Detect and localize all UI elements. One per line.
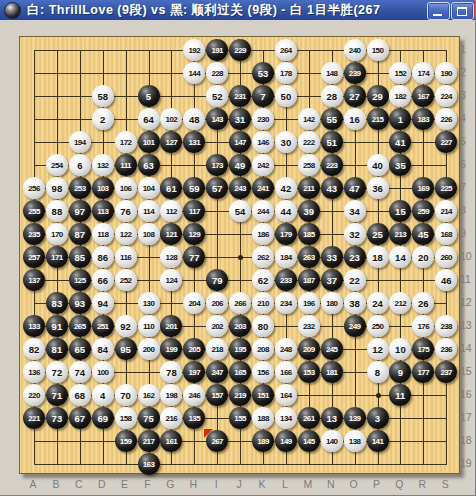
row-label-13: 13 — [460, 319, 476, 331]
stone-white-132: 132 — [92, 154, 114, 176]
stone-black-5: 5 — [138, 85, 160, 107]
stone-black-229: 229 — [229, 39, 251, 61]
stone-black-251: 251 — [92, 315, 114, 337]
stone-black-169: 169 — [412, 177, 434, 199]
stone-white-130: 130 — [138, 292, 160, 314]
stone-move-number: 173 — [211, 161, 223, 170]
column-label-S: S — [438, 478, 452, 490]
stone-white-202: 202 — [206, 315, 228, 337]
stone-white-208: 208 — [252, 338, 274, 360]
stone-white-196: 196 — [298, 292, 320, 314]
stone-white-36: 36 — [367, 177, 389, 199]
stone-black-249: 249 — [344, 315, 366, 337]
stone-move-number: 54 — [235, 206, 246, 217]
stone-move-number: 63 — [143, 160, 154, 171]
stone-move-number: 78 — [166, 367, 177, 378]
stone-move-number: 16 — [349, 114, 360, 125]
stone-black-65: 65 — [69, 338, 91, 360]
stone-move-number: 172 — [120, 138, 132, 147]
column-label-N: N — [324, 478, 338, 490]
stone-move-number: 71 — [52, 390, 63, 401]
stone-move-number: 22 — [349, 275, 360, 286]
stone-move-number: 138 — [349, 437, 361, 446]
stone-move-number: 125 — [74, 276, 86, 285]
stone-black-225: 225 — [435, 177, 457, 199]
stone-white-182: 182 — [389, 85, 411, 107]
stone-move-number: 236 — [440, 345, 452, 354]
stone-move-number: 161 — [166, 437, 178, 446]
stone-move-number: 136 — [28, 368, 40, 377]
stone-move-number: 185 — [303, 230, 315, 239]
stone-black-11: 11 — [389, 384, 411, 406]
stone-move-number: 37 — [326, 275, 337, 286]
stone-black-125: 125 — [69, 269, 91, 291]
stone-black-237: 237 — [435, 361, 457, 383]
stone-move-number: 79 — [212, 275, 223, 286]
row-label-2: 2 — [460, 66, 476, 78]
stone-white-32: 32 — [344, 223, 366, 245]
stone-move-number: 184 — [280, 253, 292, 262]
column-label-R: R — [415, 478, 429, 490]
stone-black-253: 253 — [69, 177, 91, 199]
stone-move-number: 198 — [166, 391, 178, 400]
stone-move-number: 28 — [326, 91, 337, 102]
stone-white-16: 16 — [344, 108, 366, 130]
stone-white-140: 140 — [321, 430, 343, 452]
stone-move-number: 266 — [234, 299, 246, 308]
stone-black-97: 97 — [69, 200, 91, 222]
stone-white-100: 100 — [92, 361, 114, 383]
row-label-6: 6 — [460, 158, 476, 170]
stone-move-number: 158 — [120, 414, 132, 423]
stone-move-number: 48 — [189, 114, 200, 125]
stone-white-172: 172 — [115, 131, 137, 153]
stone-black-227: 227 — [435, 131, 457, 153]
stone-white-264: 264 — [275, 39, 297, 61]
stone-move-number: 139 — [349, 414, 361, 423]
stone-black-47: 47 — [344, 177, 366, 199]
stone-move-number: 195 — [234, 345, 246, 354]
stone-move-number: 246 — [189, 391, 201, 400]
stone-move-number: 170 — [51, 230, 63, 239]
stone-move-number: 186 — [257, 230, 269, 239]
stone-move-number: 41 — [395, 137, 406, 148]
stone-white-112: 112 — [160, 200, 182, 222]
stone-black-241: 241 — [252, 177, 274, 199]
stone-move-number: 244 — [257, 207, 269, 216]
last-move-marker — [204, 429, 213, 438]
stone-black-143: 143 — [206, 108, 228, 130]
stone-black-267: 267 — [206, 430, 228, 452]
row-label-19: 19 — [460, 457, 476, 469]
stone-move-number: 166 — [280, 368, 292, 377]
stone-move-number: 187 — [303, 276, 315, 285]
stone-move-number: 259 — [418, 207, 430, 216]
stone-white-174: 174 — [412, 62, 434, 84]
stone-white-262: 262 — [252, 246, 274, 268]
stone-move-number: 151 — [257, 391, 269, 400]
stone-black-67: 67 — [69, 407, 91, 429]
stone-move-number: 201 — [166, 322, 178, 331]
stone-move-number: 118 — [97, 230, 108, 239]
stone-white-66: 66 — [92, 269, 114, 291]
stone-move-number: 179 — [280, 230, 292, 239]
stone-white-138: 138 — [344, 430, 366, 452]
stone-move-number: 264 — [280, 46, 292, 55]
stone-black-233: 233 — [275, 269, 297, 291]
stone-white-136: 136 — [23, 361, 45, 383]
stone-move-number: 93 — [75, 298, 86, 309]
stone-move-number: 159 — [120, 437, 132, 446]
stone-move-number: 76 — [120, 206, 131, 217]
stone-black-243: 243 — [229, 177, 251, 199]
stone-move-number: 49 — [235, 160, 246, 171]
stone-white-164: 164 — [275, 384, 297, 406]
stone-move-number: 194 — [74, 138, 86, 147]
go-game-window: { "window": { "title": "白: ThrillLove (9… — [0, 0, 476, 496]
stone-move-number: 252 — [120, 276, 132, 285]
stone-move-number: 190 — [440, 69, 452, 78]
stone-move-number: 70 — [120, 390, 131, 401]
stone-black-83: 83 — [46, 292, 68, 314]
stone-move-number: 153 — [303, 368, 315, 377]
stone-black-79: 79 — [206, 269, 228, 291]
stone-move-number: 214 — [440, 207, 452, 216]
column-label-J: J — [232, 478, 246, 490]
stone-black-91: 91 — [46, 315, 68, 337]
stone-black-39: 39 — [298, 200, 320, 222]
row-label-10: 10 — [460, 250, 476, 262]
stone-black-7: 7 — [252, 85, 274, 107]
stone-black-15: 15 — [389, 200, 411, 222]
stone-move-number: 129 — [189, 230, 201, 239]
stone-move-number: 210 — [257, 299, 269, 308]
stone-move-number: 3 — [375, 413, 380, 424]
stone-black-165: 165 — [229, 361, 251, 383]
stone-move-number: 1 — [398, 114, 403, 125]
stone-move-number: 176 — [418, 322, 430, 331]
stone-white-48: 48 — [183, 108, 205, 130]
stone-white-42: 42 — [275, 177, 297, 199]
stone-black-49: 49 — [229, 154, 251, 176]
stone-move-number: 103 — [97, 184, 109, 193]
stone-move-number: 47 — [349, 183, 360, 194]
stone-move-number: 143 — [211, 115, 223, 124]
stone-move-number: 168 — [440, 230, 452, 239]
stone-white-242: 242 — [252, 154, 274, 176]
stone-black-61: 61 — [160, 177, 182, 199]
stone-black-1: 1 — [389, 108, 411, 130]
stone-black-29: 29 — [367, 85, 389, 107]
stone-move-number: 149 — [280, 437, 292, 446]
stone-move-number: 31 — [235, 114, 246, 125]
stone-white-170: 170 — [46, 223, 68, 245]
stone-black-133: 133 — [23, 315, 45, 337]
row-label-5: 5 — [460, 135, 476, 147]
stone-move-number: 263 — [303, 253, 315, 262]
stone-move-number: 196 — [303, 299, 315, 308]
stone-move-number: 83 — [52, 298, 63, 309]
stone-move-number: 66 — [97, 275, 108, 286]
stone-move-number: 67 — [75, 413, 86, 424]
stone-white-58: 58 — [92, 85, 114, 107]
stone-move-number: 59 — [189, 183, 200, 194]
stone-move-number: 101 — [143, 138, 155, 147]
stone-move-number: 221 — [28, 414, 40, 423]
stone-move-number: 229 — [234, 46, 246, 55]
stone-white-38: 38 — [344, 292, 366, 314]
stone-black-201: 201 — [160, 315, 182, 337]
stone-move-number: 134 — [280, 414, 292, 423]
stone-move-number: 108 — [143, 230, 155, 239]
stone-black-33: 33 — [321, 246, 343, 268]
stone-move-number: 225 — [440, 184, 452, 193]
stone-white-142: 142 — [298, 108, 320, 130]
stone-white-72: 72 — [46, 361, 68, 383]
stone-move-number: 44 — [281, 206, 292, 217]
column-label-F: F — [141, 478, 155, 490]
stone-black-187: 187 — [298, 269, 320, 291]
stone-black-263: 263 — [298, 246, 320, 268]
stone-white-184: 184 — [275, 246, 297, 268]
maximize-button[interactable] — [451, 2, 474, 20]
stone-move-number: 10 — [395, 344, 406, 355]
stone-white-240: 240 — [344, 39, 366, 61]
stone-black-95: 95 — [115, 338, 137, 360]
title-bar[interactable]: 白: ThrillLove (9段) vs 黑: 顺利过关 (9段) - 白 1… — [0, 0, 476, 20]
stone-white-6: 6 — [69, 154, 91, 176]
stone-move-number: 110 — [143, 322, 154, 331]
stone-white-124: 124 — [160, 269, 182, 291]
stone-move-number: 157 — [211, 391, 223, 400]
stone-white-104: 104 — [138, 177, 160, 199]
stone-move-number: 182 — [395, 92, 407, 101]
stone-move-number: 97 — [75, 206, 86, 217]
stone-move-number: 137 — [28, 276, 40, 285]
stone-black-75: 75 — [138, 407, 160, 429]
stone-white-216: 216 — [160, 407, 182, 429]
stone-white-118: 118 — [92, 223, 114, 245]
stone-move-number: 27 — [349, 91, 360, 102]
stone-move-number: 50 — [281, 91, 292, 102]
stone-move-number: 248 — [280, 345, 292, 354]
stone-move-number: 11 — [395, 390, 405, 401]
stone-move-number: 253 — [74, 184, 86, 193]
stone-black-153: 153 — [298, 361, 320, 383]
stone-black-113: 113 — [92, 200, 114, 222]
stone-black-51: 51 — [321, 131, 343, 153]
stone-black-121: 121 — [160, 223, 182, 245]
stone-move-number: 233 — [280, 276, 292, 285]
stone-move-number: 249 — [349, 322, 361, 331]
stone-black-211: 211 — [298, 177, 320, 199]
stone-move-number: 203 — [234, 322, 246, 331]
stone-move-number: 162 — [143, 391, 155, 400]
stone-move-number: 121 — [166, 230, 178, 239]
stone-move-number: 53 — [258, 68, 269, 79]
row-label-15: 15 — [460, 365, 476, 377]
stone-move-number: 178 — [280, 69, 292, 78]
stone-white-206: 206 — [206, 292, 228, 314]
row-label-4: 4 — [460, 112, 476, 124]
stone-black-43: 43 — [321, 177, 343, 199]
stone-white-134: 134 — [275, 407, 297, 429]
stone-white-204: 204 — [183, 292, 205, 314]
column-label-B: B — [49, 478, 63, 490]
stone-white-180: 180 — [321, 292, 343, 314]
column-label-D: D — [95, 478, 109, 490]
stone-white-244: 244 — [252, 200, 274, 222]
stone-black-3: 3 — [367, 407, 389, 429]
stone-move-number: 256 — [28, 184, 40, 193]
stone-move-number: 82 — [29, 344, 40, 355]
row-label-14: 14 — [460, 342, 476, 354]
stone-white-102: 102 — [160, 108, 182, 130]
stone-move-number: 215 — [372, 115, 384, 124]
stone-white-168: 168 — [435, 223, 457, 245]
stone-black-217: 217 — [138, 430, 160, 452]
stone-move-number: 51 — [326, 137, 337, 148]
stone-move-number: 258 — [303, 161, 315, 170]
stone-move-number: 34 — [349, 206, 360, 217]
stone-move-number: 238 — [440, 322, 452, 331]
stone-move-number: 39 — [304, 206, 315, 217]
stone-white-192: 192 — [183, 39, 205, 61]
stone-white-80: 80 — [252, 315, 274, 337]
stone-black-159: 159 — [115, 430, 137, 452]
stone-black-73: 73 — [46, 407, 68, 429]
row-label-17: 17 — [460, 411, 476, 423]
stone-move-number: 232 — [303, 322, 315, 331]
stone-white-92: 92 — [115, 315, 137, 337]
stone-move-number: 57 — [212, 183, 223, 194]
stone-move-number: 25 — [372, 229, 383, 240]
stone-black-41: 41 — [389, 131, 411, 153]
stone-move-number: 23 — [349, 252, 360, 263]
stone-white-250: 250 — [367, 315, 389, 337]
stone-black-135: 135 — [183, 407, 205, 429]
stone-move-number: 77 — [189, 252, 200, 263]
column-label-P: P — [370, 478, 384, 490]
stone-black-223: 223 — [321, 154, 343, 176]
stone-black-213: 213 — [389, 223, 411, 245]
stone-move-number: 228 — [211, 69, 223, 78]
stone-move-number: 211 — [303, 184, 314, 193]
stone-move-number: 86 — [97, 252, 108, 263]
stone-white-106: 106 — [115, 177, 137, 199]
stone-black-209: 209 — [298, 338, 320, 360]
stone-black-181: 181 — [321, 361, 343, 383]
column-label-G: G — [163, 478, 177, 490]
stone-black-177: 177 — [412, 361, 434, 383]
stone-move-number: 4 — [100, 390, 105, 401]
stone-black-157: 157 — [206, 384, 228, 406]
stone-move-number: 209 — [303, 345, 315, 354]
stone-move-number: 2 — [100, 114, 105, 125]
stone-black-31: 31 — [229, 108, 251, 130]
stone-move-number: 140 — [326, 437, 338, 446]
stone-black-13: 13 — [321, 407, 343, 429]
stone-black-221: 221 — [23, 407, 45, 429]
column-label-E: E — [118, 478, 132, 490]
stone-black-199: 199 — [160, 338, 182, 360]
stone-black-103: 103 — [92, 177, 114, 199]
stone-move-number: 102 — [166, 115, 178, 124]
stone-move-number: 133 — [28, 322, 40, 331]
stone-move-number: 147 — [234, 138, 246, 147]
stone-move-number: 222 — [303, 138, 315, 147]
stone-move-number: 33 — [326, 252, 337, 263]
stone-white-14: 14 — [389, 246, 411, 268]
stone-move-number: 81 — [52, 344, 63, 355]
stone-move-number: 152 — [395, 69, 407, 78]
column-label-O: O — [347, 478, 361, 490]
stone-white-44: 44 — [275, 200, 297, 222]
stone-black-35: 35 — [389, 154, 411, 176]
stone-black-195: 195 — [229, 338, 251, 360]
stone-white-210: 210 — [252, 292, 274, 314]
stone-move-number: 213 — [395, 230, 407, 239]
stone-move-number: 254 — [51, 161, 63, 170]
stone-move-number: 174 — [418, 69, 430, 78]
stone-move-number: 80 — [258, 321, 269, 332]
stone-move-number: 75 — [143, 413, 154, 424]
stone-white-254: 254 — [46, 154, 68, 176]
stone-move-number: 14 — [395, 252, 406, 263]
stone-white-224: 224 — [435, 85, 457, 107]
stone-white-88: 88 — [46, 200, 68, 222]
stone-move-number: 250 — [372, 322, 384, 331]
stone-move-number: 218 — [211, 345, 223, 354]
stone-move-number: 247 — [211, 368, 223, 377]
stone-white-232: 232 — [298, 315, 320, 337]
stone-move-number: 230 — [257, 115, 269, 124]
stone-move-number: 223 — [326, 161, 338, 170]
stone-move-number: 35 — [395, 160, 406, 171]
stone-move-number: 205 — [189, 345, 201, 354]
stone-move-number: 124 — [166, 276, 178, 285]
stone-move-number: 40 — [372, 160, 383, 171]
minimize-button[interactable] — [427, 2, 450, 20]
stone-black-101: 101 — [138, 131, 160, 153]
star-point — [238, 255, 243, 260]
stone-white-86: 86 — [92, 246, 114, 268]
stone-move-number: 262 — [257, 253, 269, 262]
stone-move-number: 219 — [234, 391, 246, 400]
row-label-3: 3 — [460, 89, 476, 101]
stone-white-34: 34 — [344, 200, 366, 222]
row-label-9: 9 — [460, 227, 476, 239]
column-label-L: L — [278, 478, 292, 490]
stone-black-127: 127 — [160, 131, 182, 153]
stone-white-146: 146 — [252, 131, 274, 153]
stone-black-139: 139 — [344, 407, 366, 429]
stone-black-167: 167 — [412, 85, 434, 107]
column-label-H: H — [186, 478, 200, 490]
stone-move-number: 265 — [74, 322, 86, 331]
stone-white-190: 190 — [435, 62, 457, 84]
stone-move-number: 150 — [372, 46, 384, 55]
stone-black-205: 205 — [183, 338, 205, 360]
stone-move-number: 132 — [97, 161, 109, 170]
stone-move-number: 30 — [281, 137, 292, 148]
stone-move-number: 6 — [77, 160, 82, 171]
stone-white-200: 200 — [138, 338, 160, 360]
stone-white-144: 144 — [183, 62, 205, 84]
stone-white-26: 26 — [412, 292, 434, 314]
row-label-11: 11 — [460, 273, 476, 285]
go-board[interactable]: 1921912292642401501442285317814823915217… — [19, 36, 460, 474]
